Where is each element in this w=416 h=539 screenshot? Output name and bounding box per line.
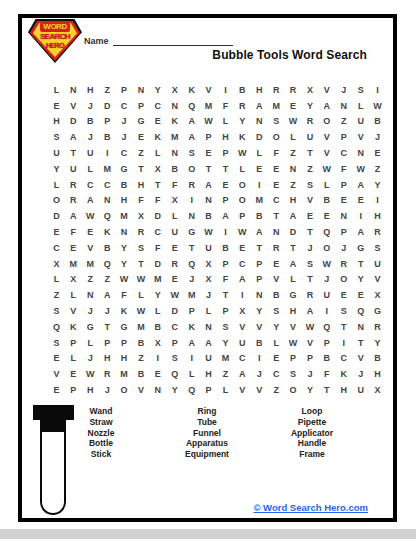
grid-cell: K	[166, 114, 183, 130]
grid-cell: S	[217, 319, 234, 335]
grid-cell: W	[234, 145, 251, 161]
grid-cell: E	[200, 145, 217, 161]
grid-cell: H	[285, 193, 302, 209]
grid-cell: X	[369, 287, 386, 303]
grid-cell: J	[82, 129, 99, 145]
grid-cell: W	[352, 161, 369, 177]
grid-cell: B	[318, 351, 335, 367]
grid-cell: G	[116, 319, 133, 335]
grid-cell: I	[99, 145, 116, 161]
word-item: Frame	[266, 449, 358, 460]
grid-cell: W	[200, 114, 217, 130]
grid-cell: L	[132, 287, 149, 303]
grid-cell: N	[183, 208, 200, 224]
grid-cell: M	[99, 161, 116, 177]
grid-cell: B	[99, 129, 116, 145]
grid-cell: K	[99, 224, 116, 240]
grid-cell: F	[217, 98, 234, 114]
grid-cell: Y	[369, 335, 386, 351]
grid-cell: E	[301, 208, 318, 224]
grid-cell: E	[268, 351, 285, 367]
grid-cell: H	[369, 366, 386, 382]
grid-cell: P	[200, 129, 217, 145]
word-item: Loop	[266, 406, 358, 417]
grid-cell: E	[149, 366, 166, 382]
grid-cell: A	[65, 129, 82, 145]
grid-cell: A	[234, 272, 251, 288]
grid-cell: T	[301, 272, 318, 288]
grid-cell: J	[335, 82, 352, 98]
grid-cell: Q	[99, 208, 116, 224]
grid-cell: R	[301, 287, 318, 303]
grid-cell: N	[149, 382, 166, 398]
grid-cell: L	[183, 366, 200, 382]
grid-cell: R	[183, 177, 200, 193]
grid-cell: E	[318, 208, 335, 224]
grid-cell: L	[65, 351, 82, 367]
grid-cell: U	[65, 161, 82, 177]
grid-cell: E	[48, 98, 65, 114]
grid-cell: X	[200, 256, 217, 272]
grid-cell: E	[65, 366, 82, 382]
grid-cell: N	[65, 82, 82, 98]
grid-cell: J	[116, 114, 133, 130]
grid-cell: Z	[217, 366, 234, 382]
grid-cell: M	[132, 319, 149, 335]
grid-cell: C	[99, 177, 116, 193]
grid-cell: N	[352, 145, 369, 161]
grid-cell: Z	[99, 272, 116, 288]
grid-cell: N	[82, 287, 99, 303]
grid-cell: L	[149, 145, 166, 161]
grid-cell: Z	[268, 382, 285, 398]
grid-cell: C	[149, 98, 166, 114]
grid-cell: Z	[132, 351, 149, 367]
grid-cell: Y	[234, 114, 251, 130]
grid-cell: I	[352, 208, 369, 224]
word-item: Tube	[161, 417, 253, 428]
grid-cell: N	[335, 98, 352, 114]
grid-cell: C	[48, 240, 65, 256]
grid-cell: J	[183, 272, 200, 288]
grid-cell: T	[149, 177, 166, 193]
grid-cell: Q	[183, 98, 200, 114]
grid-cell: I	[369, 193, 386, 209]
grid-cell: Y	[149, 82, 166, 98]
grid-cell: L	[234, 161, 251, 177]
grid-cell: N	[99, 193, 116, 209]
grid-cell: W	[200, 224, 217, 240]
grid-cell: N	[166, 145, 183, 161]
grid-cell: S	[48, 335, 65, 351]
grid-cell: R	[268, 240, 285, 256]
grid-cell: B	[318, 193, 335, 209]
word-item: Pipette	[266, 417, 358, 428]
grid-cell: Y	[116, 240, 133, 256]
grid-cell: M	[116, 366, 133, 382]
grid-cell: V	[48, 366, 65, 382]
grid-cell: Q	[99, 256, 116, 272]
grid-cell: E	[166, 272, 183, 288]
grid-cell: A	[285, 208, 302, 224]
grid-cell: G	[285, 287, 302, 303]
name-label: Name	[84, 36, 109, 46]
letter-grid: LNHZPNYXKVIBHRRXVJSIEVJDCPCNQMFRAMEYANLW…	[48, 82, 386, 398]
grid-cell: N	[285, 161, 302, 177]
grid-cell: W	[318, 161, 335, 177]
grid-cell: T	[352, 256, 369, 272]
grid-cell: X	[65, 272, 82, 288]
grid-cell: S	[285, 366, 302, 382]
grid-cell: R	[369, 319, 386, 335]
grid-cell: I	[369, 82, 386, 98]
grid-cell: B	[200, 208, 217, 224]
grid-cell: D	[285, 224, 302, 240]
grid-cell: T	[217, 161, 234, 177]
grid-cell: G	[82, 319, 99, 335]
grid-cell: Z	[301, 161, 318, 177]
grid-cell: F	[268, 145, 285, 161]
grid-cell: X	[166, 193, 183, 209]
grid-cell: X	[166, 82, 183, 98]
grid-cell: I	[234, 287, 251, 303]
grid-cell: N	[251, 114, 268, 130]
word-list-column-2: RingTubeFunnelApparatusEquipment	[161, 406, 253, 460]
grid-cell: F	[116, 287, 133, 303]
grid-cell: P	[217, 256, 234, 272]
grid-cell: O	[48, 193, 65, 209]
grid-cell: Y	[352, 272, 369, 288]
grid-cell: F	[132, 193, 149, 209]
grid-cell: V	[132, 382, 149, 398]
grid-cell: Z	[99, 82, 116, 98]
grid-cell: Y	[166, 382, 183, 398]
grid-cell: Y	[301, 382, 318, 398]
grid-cell: O	[234, 177, 251, 193]
word-search-hero-link[interactable]: © Word Search Hero.com	[253, 502, 368, 513]
grid-cell: P	[65, 382, 82, 398]
grid-cell: Z	[82, 272, 99, 288]
grid-cell: E	[82, 224, 99, 240]
grid-cell: P	[335, 224, 352, 240]
grid-cell: S	[352, 82, 369, 98]
grid-cell: H	[82, 82, 99, 98]
grid-cell: C	[335, 351, 352, 367]
grid-cell: D	[149, 208, 166, 224]
grid-cell: Q	[352, 303, 369, 319]
grid-cell: W	[301, 319, 318, 335]
grid-cell: W	[285, 114, 302, 130]
grid-cell: J	[82, 98, 99, 114]
grid-cell: H	[200, 366, 217, 382]
grid-cell: M	[65, 256, 82, 272]
grid-cell: J	[318, 272, 335, 288]
grid-cell: E	[48, 224, 65, 240]
grid-cell: A	[234, 366, 251, 382]
grid-cell: O	[183, 161, 200, 177]
grid-cell: O	[318, 240, 335, 256]
grid-cell: W	[234, 224, 251, 240]
grid-cell: M	[183, 287, 200, 303]
grid-cell: M	[82, 256, 99, 272]
grid-cell: W	[318, 256, 335, 272]
grid-cell: V	[301, 193, 318, 209]
grid-cell: X	[200, 272, 217, 288]
grid-cell: B	[369, 114, 386, 130]
grid-cell: E	[268, 177, 285, 193]
grid-cell: L	[200, 303, 217, 319]
grid-cell: M	[251, 193, 268, 209]
grid-cell: L	[285, 129, 302, 145]
grid-cell: S	[48, 303, 65, 319]
grid-cell: T	[318, 382, 335, 398]
grid-cell: H	[335, 382, 352, 398]
grid-cell: Z	[285, 145, 302, 161]
grid-cell: U	[301, 129, 318, 145]
grid-cell: S	[301, 256, 318, 272]
grid-cell: V	[318, 129, 335, 145]
grid-cell: A	[65, 208, 82, 224]
grid-cell: U	[234, 335, 251, 351]
grid-cell: R	[335, 256, 352, 272]
grid-cell: W	[132, 303, 149, 319]
word-item: Handle	[266, 438, 358, 449]
grid-cell: K	[149, 129, 166, 145]
grid-cell: L	[285, 272, 302, 288]
grid-cell: S	[268, 114, 285, 130]
grid-cell: H	[82, 382, 99, 398]
word-list-column-1: WandStrawNozzleBottleStick	[55, 406, 147, 460]
grid-cell: S	[183, 145, 200, 161]
grid-cell: P	[217, 303, 234, 319]
grid-cell: C	[116, 98, 133, 114]
grid-cell: S	[301, 177, 318, 193]
grid-cell: F	[166, 177, 183, 193]
grid-cell: X	[301, 82, 318, 98]
grid-cell: J	[369, 129, 386, 145]
grid-cell: J	[82, 351, 99, 367]
grid-cell: M	[217, 351, 234, 367]
grid-cell: A	[200, 177, 217, 193]
grid-cell: F	[318, 366, 335, 382]
grid-cell: H	[132, 177, 149, 193]
grid-cell: B	[251, 208, 268, 224]
grid-cell: V	[352, 129, 369, 145]
grid-cell: L	[352, 98, 369, 114]
grid-cell: U	[200, 351, 217, 367]
grid-cell: S	[268, 303, 285, 319]
grid-cell: X	[132, 208, 149, 224]
grid-cell: M	[200, 98, 217, 114]
grid-cell: A	[183, 335, 200, 351]
grid-cell: C	[82, 177, 99, 193]
grid-cell: E	[48, 351, 65, 367]
grid-cell: E	[132, 129, 149, 145]
grid-cell: P	[183, 303, 200, 319]
grid-cell: C	[166, 319, 183, 335]
grid-cell: P	[132, 98, 149, 114]
grid-cell: P	[166, 335, 183, 351]
grid-cell: S	[166, 351, 183, 367]
grid-cell: A	[217, 208, 234, 224]
grid-cell: K	[183, 319, 200, 335]
grid-cell: L	[48, 177, 65, 193]
grid-cell: G	[352, 240, 369, 256]
grid-cell: P	[99, 335, 116, 351]
grid-cell: P	[318, 335, 335, 351]
grid-cell: W	[82, 366, 99, 382]
grid-cell: L	[217, 114, 234, 130]
grid-cell: H	[116, 351, 133, 367]
grid-cell: L	[318, 177, 335, 193]
grid-cell: Z	[132, 145, 149, 161]
grid-cell: T	[301, 224, 318, 240]
grid-cell: R	[166, 256, 183, 272]
grid-cell: F	[217, 272, 234, 288]
word-item: Nozzle	[55, 428, 147, 439]
grid-cell: R	[369, 224, 386, 240]
grid-cell: X	[369, 382, 386, 398]
grid-cell: D	[251, 129, 268, 145]
grid-cell: P	[335, 129, 352, 145]
grid-cell: B	[132, 335, 149, 351]
grid-cell: O	[318, 114, 335, 130]
grid-cell: Q	[318, 224, 335, 240]
grid-cell: J	[99, 303, 116, 319]
grid-cell: H	[217, 129, 234, 145]
grid-cell: X	[149, 335, 166, 351]
grid-cell: C	[268, 366, 285, 382]
grid-cell: U	[166, 224, 183, 240]
grid-cell: E	[234, 240, 251, 256]
grid-cell: V	[268, 272, 285, 288]
grid-cell: V	[251, 382, 268, 398]
grid-cell: B	[82, 114, 99, 130]
grid-cell: D	[99, 98, 116, 114]
grid-cell: T	[335, 319, 352, 335]
grid-cell: V	[352, 351, 369, 367]
grid-cell: P	[116, 335, 133, 351]
grid-cell: B	[132, 366, 149, 382]
word-item: Bottle	[55, 438, 147, 449]
word-list-column-3: LoopPipetteApplicatorHandleFrame	[266, 406, 358, 460]
grid-cell: L	[149, 303, 166, 319]
grid-cell: P	[335, 177, 352, 193]
grid-cell: O	[268, 129, 285, 145]
grid-cell: N	[335, 208, 352, 224]
grid-cell: L	[82, 335, 99, 351]
grid-cell: E	[369, 145, 386, 161]
grid-cell: C	[268, 193, 285, 209]
grid-cell: B	[217, 240, 234, 256]
grid-cell: I	[183, 193, 200, 209]
grid-cell: P	[217, 193, 234, 209]
grid-cell: K	[116, 303, 133, 319]
grid-cell: E	[217, 177, 234, 193]
grid-cell: N	[116, 224, 133, 240]
grid-cell: V	[285, 319, 302, 335]
grid-cell: V	[369, 272, 386, 288]
grid-cell: V	[82, 240, 99, 256]
grid-cell: E	[65, 240, 82, 256]
grid-cell: F	[149, 240, 166, 256]
word-item: Funnel	[161, 428, 253, 439]
grid-cell: I	[251, 177, 268, 193]
grid-cell: Q	[166, 366, 183, 382]
grid-cell: E	[352, 193, 369, 209]
grid-cell: L	[82, 161, 99, 177]
grid-cell: E	[335, 287, 352, 303]
grid-cell: X	[48, 256, 65, 272]
grid-cell: K	[183, 82, 200, 98]
grid-cell: B	[369, 351, 386, 367]
grid-cell: E	[48, 382, 65, 398]
grid-cell: G	[132, 114, 149, 130]
grid-cell: J	[116, 129, 133, 145]
grid-cell: F	[335, 161, 352, 177]
grid-cell: Q	[318, 319, 335, 335]
grid-cell: S	[48, 129, 65, 145]
grid-cell: V	[200, 82, 217, 98]
grid-cell: U	[352, 382, 369, 398]
grid-cell: T	[200, 161, 217, 177]
grid-cell: K	[335, 366, 352, 382]
logo-hero-text: HERO	[46, 42, 64, 49]
grid-cell: L	[48, 272, 65, 288]
grid-cell: N	[200, 193, 217, 209]
grid-cell: E	[335, 193, 352, 209]
grid-cell: D	[65, 114, 82, 130]
grid-cell: C	[234, 351, 251, 367]
grid-cell: A	[82, 193, 99, 209]
grid-cell: Z	[285, 177, 302, 193]
grid-cell: V	[318, 145, 335, 161]
grid-cell: I	[251, 351, 268, 367]
grid-cell: R	[268, 82, 285, 98]
grid-cell: L	[65, 287, 82, 303]
grid-cell: A	[200, 335, 217, 351]
grid-cell: I	[335, 335, 352, 351]
grid-cell: B	[116, 177, 133, 193]
grid-cell: V	[65, 303, 82, 319]
grid-cell: E	[251, 161, 268, 177]
grid-cell: Q	[48, 319, 65, 335]
word-item: Straw	[55, 417, 147, 428]
grid-cell: H	[48, 114, 65, 130]
grid-cell: Y	[149, 287, 166, 303]
grid-cell: H	[369, 208, 386, 224]
grid-cell: O	[234, 193, 251, 209]
grid-cell: J	[99, 382, 116, 398]
grid-cell: J	[335, 240, 352, 256]
grid-cell: R	[65, 177, 82, 193]
grid-cell: C	[335, 145, 352, 161]
logo-search-text: SEARCH	[40, 33, 70, 41]
grid-cell: K	[65, 319, 82, 335]
grid-cell: T	[99, 319, 116, 335]
grid-cell: Y	[301, 98, 318, 114]
grid-cell: Q	[183, 382, 200, 398]
logo-word-text: WORD	[40, 22, 69, 32]
grid-cell: G	[369, 303, 386, 319]
grid-cell: J	[352, 366, 369, 382]
grid-cell: Z	[335, 114, 352, 130]
grid-cell: J	[251, 366, 268, 382]
grid-cell: N	[200, 319, 217, 335]
grid-cell: C	[234, 256, 251, 272]
word-item: Applicator	[266, 428, 358, 439]
grid-cell: U	[200, 240, 217, 256]
